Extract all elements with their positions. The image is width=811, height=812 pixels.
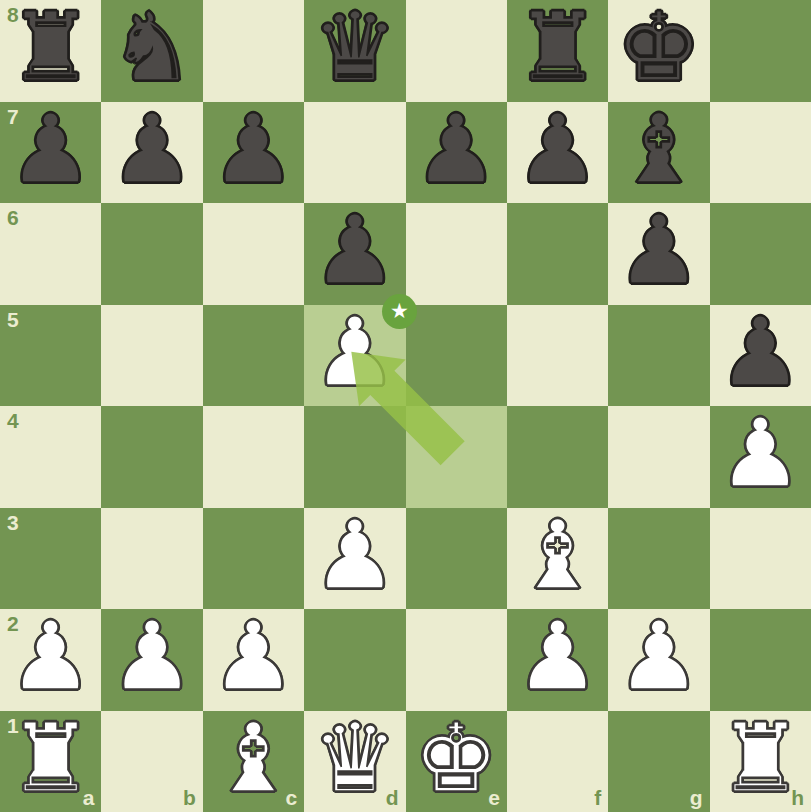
square-b8[interactable]: ♞	[101, 0, 202, 102]
square-b7[interactable]: ♟	[101, 102, 202, 204]
square-e2[interactable]	[406, 609, 507, 711]
white-bishop-piece[interactable]: ♝	[211, 711, 296, 806]
square-c5[interactable]	[203, 305, 304, 407]
square-h6[interactable]	[710, 203, 811, 305]
black-knight-piece[interactable]: ♞	[109, 0, 194, 95]
black-king-piece[interactable]: ♚	[616, 0, 701, 95]
white-pawn-piece[interactable]: ♟	[718, 406, 803, 501]
chess-board: 8♜♞♛♜♚7♟♟♟♟♟♝6♟♟5♟♟4♟3♟♝2♟♟♟♟♟1a♜bc♝d♛e♚…	[0, 0, 811, 812]
black-pawn-piece[interactable]: ♟	[109, 102, 194, 197]
black-queen-piece[interactable]: ♛	[312, 0, 397, 95]
square-g2[interactable]: ♟	[608, 609, 709, 711]
square-b5[interactable]	[101, 305, 202, 407]
square-e1[interactable]: e♚	[406, 711, 507, 812]
square-g6[interactable]: ♟	[608, 203, 709, 305]
square-e4[interactable]	[406, 406, 507, 508]
square-e8[interactable]	[406, 0, 507, 102]
square-d4[interactable]	[304, 406, 405, 508]
square-d7[interactable]	[304, 102, 405, 204]
black-pawn-piece[interactable]: ♟	[718, 305, 803, 400]
square-a6[interactable]: 6	[0, 203, 101, 305]
square-a5[interactable]: 5	[0, 305, 101, 407]
square-c4[interactable]	[203, 406, 304, 508]
square-g3[interactable]	[608, 508, 709, 610]
square-h1[interactable]: h♜	[710, 711, 811, 812]
rank-label-6: 6	[7, 206, 19, 230]
square-a7[interactable]: 7♟	[0, 102, 101, 204]
square-f3[interactable]: ♝	[507, 508, 608, 610]
square-e5[interactable]	[406, 305, 507, 407]
square-c1[interactable]: c♝	[203, 711, 304, 812]
square-d3[interactable]: ♟	[304, 508, 405, 610]
square-c7[interactable]: ♟	[203, 102, 304, 204]
square-b1[interactable]: b	[101, 711, 202, 812]
square-c8[interactable]	[203, 0, 304, 102]
square-d5[interactable]: ♟	[304, 305, 405, 407]
square-b2[interactable]: ♟	[101, 609, 202, 711]
black-pawn-piece[interactable]: ♟	[8, 102, 93, 197]
black-pawn-piece[interactable]: ♟	[515, 102, 600, 197]
square-c6[interactable]	[203, 203, 304, 305]
square-f8[interactable]: ♜	[507, 0, 608, 102]
black-pawn-piece[interactable]: ♟	[211, 102, 296, 197]
file-label-f: f	[594, 786, 601, 810]
square-h8[interactable]	[710, 0, 811, 102]
white-queen-piece[interactable]: ♛	[312, 711, 397, 806]
white-pawn-piece[interactable]: ♟	[211, 609, 296, 704]
board-grid: 8♜♞♛♜♚7♟♟♟♟♟♝6♟♟5♟♟4♟3♟♝2♟♟♟♟♟1a♜bc♝d♛e♚…	[0, 0, 811, 812]
white-pawn-piece[interactable]: ♟	[515, 609, 600, 704]
rank-label-5: 5	[7, 308, 19, 332]
white-rook-piece[interactable]: ♜	[718, 711, 803, 806]
square-b4[interactable]	[101, 406, 202, 508]
black-rook-piece[interactable]: ♜	[8, 0, 93, 95]
square-e6[interactable]	[406, 203, 507, 305]
square-h5[interactable]: ♟	[710, 305, 811, 407]
black-pawn-piece[interactable]: ♟	[312, 203, 397, 298]
square-g4[interactable]	[608, 406, 709, 508]
square-f6[interactable]	[507, 203, 608, 305]
square-d8[interactable]: ♛	[304, 0, 405, 102]
square-c3[interactable]	[203, 508, 304, 610]
square-f4[interactable]	[507, 406, 608, 508]
square-h4[interactable]: ♟	[710, 406, 811, 508]
black-rook-piece[interactable]: ♜	[515, 0, 600, 95]
white-bishop-piece[interactable]: ♝	[515, 508, 600, 603]
file-label-g: g	[690, 786, 703, 810]
square-d6[interactable]: ♟	[304, 203, 405, 305]
white-pawn-piece[interactable]: ♟	[312, 508, 397, 603]
white-pawn-piece[interactable]: ♟	[616, 609, 701, 704]
square-a2[interactable]: 2♟	[0, 609, 101, 711]
black-pawn-piece[interactable]: ♟	[616, 203, 701, 298]
square-a3[interactable]: 3	[0, 508, 101, 610]
square-h7[interactable]	[710, 102, 811, 204]
square-a4[interactable]: 4	[0, 406, 101, 508]
black-bishop-piece[interactable]: ♝	[616, 102, 701, 197]
square-f2[interactable]: ♟	[507, 609, 608, 711]
square-h2[interactable]	[710, 609, 811, 711]
square-c2[interactable]: ♟	[203, 609, 304, 711]
square-b3[interactable]	[101, 508, 202, 610]
square-g8[interactable]: ♚	[608, 0, 709, 102]
square-g7[interactable]: ♝	[608, 102, 709, 204]
white-king-piece[interactable]: ♚	[414, 711, 499, 806]
white-pawn-piece[interactable]: ♟	[8, 609, 93, 704]
square-g5[interactable]	[608, 305, 709, 407]
square-f1[interactable]: f	[507, 711, 608, 812]
square-e3[interactable]	[406, 508, 507, 610]
square-d2[interactable]	[304, 609, 405, 711]
white-pawn-piece[interactable]: ♟	[109, 609, 194, 704]
white-pawn-piece[interactable]: ♟	[312, 305, 397, 400]
rank-label-4: 4	[7, 409, 19, 433]
square-a8[interactable]: 8♜	[0, 0, 101, 102]
square-g1[interactable]: g	[608, 711, 709, 812]
square-h3[interactable]	[710, 508, 811, 610]
square-b6[interactable]	[101, 203, 202, 305]
square-a1[interactable]: 1a♜	[0, 711, 101, 812]
square-f5[interactable]	[507, 305, 608, 407]
square-d1[interactable]: d♛	[304, 711, 405, 812]
rank-label-3: 3	[7, 511, 19, 535]
square-f7[interactable]: ♟	[507, 102, 608, 204]
black-pawn-piece[interactable]: ♟	[414, 102, 499, 197]
file-label-b: b	[183, 786, 196, 810]
white-rook-piece[interactable]: ♜	[8, 711, 93, 806]
square-e7[interactable]: ♟	[406, 102, 507, 204]
